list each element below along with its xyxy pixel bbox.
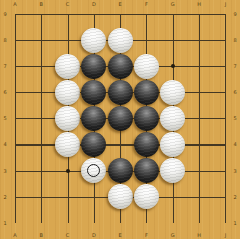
- black-stone: [108, 54, 133, 79]
- intersection-G4[interactable]: [160, 131, 186, 157]
- white-stone: [134, 54, 159, 79]
- white-stone: [55, 80, 80, 105]
- black-stone: [81, 106, 106, 131]
- intersection-H3[interactable]: [186, 158, 212, 184]
- go-board-background: ABCDEFGHJ ABCDEFGHJ 987654321 987654321: [0, 0, 240, 239]
- intersection-E1[interactable]: [107, 210, 133, 236]
- intersection-A7[interactable]: [2, 53, 28, 79]
- intersection-A5[interactable]: [2, 105, 28, 131]
- intersection-F8[interactable]: [133, 27, 159, 53]
- intersection-H7[interactable]: [186, 53, 212, 79]
- intersection-E4[interactable]: [107, 131, 133, 157]
- intersection-G1[interactable]: [160, 210, 186, 236]
- intersection-D3[interactable]: [81, 158, 107, 184]
- intersection-A8[interactable]: [2, 27, 28, 53]
- intersection-E6[interactable]: [107, 79, 133, 105]
- intersection-C3[interactable]: [54, 158, 80, 184]
- intersection-C1[interactable]: [54, 210, 80, 236]
- last-move-marker: [87, 164, 100, 177]
- intersection-B2[interactable]: [28, 184, 54, 210]
- star-point: [66, 169, 70, 173]
- intersection-H6[interactable]: [186, 79, 212, 105]
- intersection-H2[interactable]: [186, 184, 212, 210]
- intersection-H1[interactable]: [186, 210, 212, 236]
- white-stone: [81, 158, 106, 183]
- intersection-J2[interactable]: [212, 184, 238, 210]
- intersection-J3[interactable]: [212, 158, 238, 184]
- intersection-C6[interactable]: [54, 79, 80, 105]
- intersection-D1[interactable]: [81, 210, 107, 236]
- intersection-D2[interactable]: [81, 184, 107, 210]
- intersection-D6[interactable]: [81, 79, 107, 105]
- intersection-C2[interactable]: [54, 184, 80, 210]
- intersection-D7[interactable]: [81, 53, 107, 79]
- intersection-F2[interactable]: [133, 184, 159, 210]
- intersection-A6[interactable]: [2, 79, 28, 105]
- intersection-C9[interactable]: [54, 1, 80, 27]
- intersection-E3[interactable]: [107, 158, 133, 184]
- intersection-J8[interactable]: [212, 27, 238, 53]
- white-stone: [134, 184, 159, 209]
- intersection-H9[interactable]: [186, 1, 212, 27]
- white-stone: [81, 28, 106, 53]
- intersection-B1[interactable]: [28, 210, 54, 236]
- intersection-G6[interactable]: [160, 79, 186, 105]
- black-stone: [81, 80, 106, 105]
- intersection-F9[interactable]: [133, 1, 159, 27]
- intersection-J9[interactable]: [212, 1, 238, 27]
- intersection-B7[interactable]: [28, 53, 54, 79]
- white-stone: [160, 106, 185, 131]
- intersection-B9[interactable]: [28, 1, 54, 27]
- intersection-F7[interactable]: [133, 53, 159, 79]
- intersection-H5[interactable]: [186, 105, 212, 131]
- intersection-A4[interactable]: [2, 131, 28, 157]
- intersection-D4[interactable]: [81, 131, 107, 157]
- intersection-G2[interactable]: [160, 184, 186, 210]
- intersection-H8[interactable]: [186, 27, 212, 53]
- intersection-F3[interactable]: [133, 158, 159, 184]
- intersection-D5[interactable]: [81, 105, 107, 131]
- white-stone: [108, 184, 133, 209]
- intersection-J5[interactable]: [212, 105, 238, 131]
- white-stone: [160, 80, 185, 105]
- intersection-D9[interactable]: [81, 1, 107, 27]
- intersection-H4[interactable]: [186, 131, 212, 157]
- black-stone: [134, 132, 159, 157]
- intersection-B6[interactable]: [28, 79, 54, 105]
- intersection-F5[interactable]: [133, 105, 159, 131]
- white-stone: [108, 28, 133, 53]
- intersection-G3[interactable]: [160, 158, 186, 184]
- intersection-E5[interactable]: [107, 105, 133, 131]
- intersection-C4[interactable]: [54, 131, 80, 157]
- intersection-F1[interactable]: [133, 210, 159, 236]
- star-point: [171, 64, 175, 68]
- go-board: [2, 1, 239, 236]
- intersection-F4[interactable]: [133, 131, 159, 157]
- intersection-J6[interactable]: [212, 79, 238, 105]
- intersection-J4[interactable]: [212, 131, 238, 157]
- black-stone: [108, 106, 133, 131]
- intersection-J1[interactable]: [212, 210, 238, 236]
- black-stone: [134, 106, 159, 131]
- black-stone: [108, 158, 133, 183]
- white-stone: [55, 54, 80, 79]
- intersection-C7[interactable]: [54, 53, 80, 79]
- black-stone: [81, 54, 106, 79]
- intersection-E2[interactable]: [107, 184, 133, 210]
- intersection-B5[interactable]: [28, 105, 54, 131]
- white-stone: [160, 132, 185, 157]
- black-stone: [134, 80, 159, 105]
- intersection-J7[interactable]: [212, 53, 238, 79]
- intersection-B4[interactable]: [28, 131, 54, 157]
- intersection-C8[interactable]: [54, 27, 80, 53]
- black-stone: [108, 80, 133, 105]
- intersection-F6[interactable]: [133, 79, 159, 105]
- intersection-E9[interactable]: [107, 1, 133, 27]
- intersection-E7[interactable]: [107, 53, 133, 79]
- intersection-C5[interactable]: [54, 105, 80, 131]
- intersection-G8[interactable]: [160, 27, 186, 53]
- intersection-B3[interactable]: [28, 158, 54, 184]
- white-stone: [55, 106, 80, 131]
- intersection-A1[interactable]: [2, 210, 28, 236]
- intersection-G7[interactable]: [160, 53, 186, 79]
- intersection-G9[interactable]: [160, 1, 186, 27]
- intersection-E8[interactable]: [107, 27, 133, 53]
- black-stone: [81, 132, 106, 157]
- white-stone: [55, 132, 80, 157]
- intersection-A3[interactable]: [2, 158, 28, 184]
- intersection-A9[interactable]: [2, 1, 28, 27]
- intersection-D8[interactable]: [81, 27, 107, 53]
- intersection-B8[interactable]: [28, 27, 54, 53]
- intersection-G5[interactable]: [160, 105, 186, 131]
- intersection-A2[interactable]: [2, 184, 28, 210]
- black-stone: [134, 158, 159, 183]
- white-stone: [160, 158, 185, 183]
